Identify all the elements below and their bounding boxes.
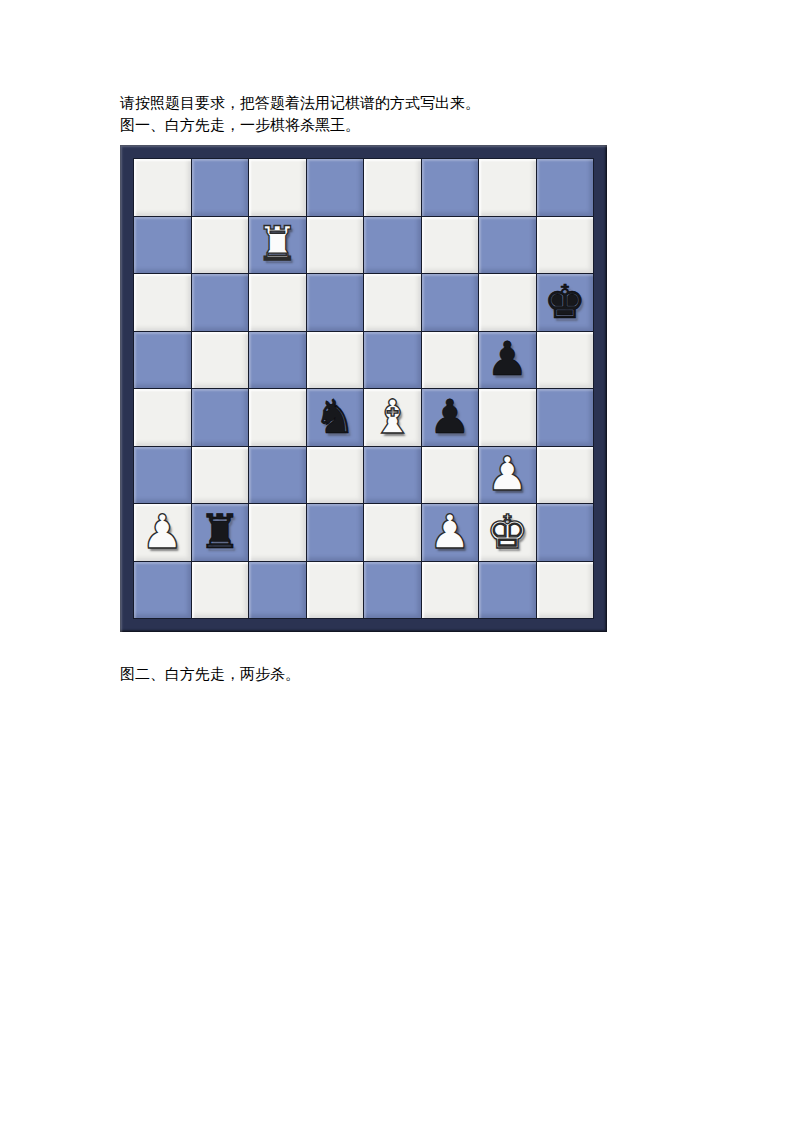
square-e4: ♝ [364,389,421,446]
chess-board: ♜♚♟♞♝♟♟♟♜♟♚ [120,145,607,632]
white-pawn-icon: ♟ [486,450,528,497]
square-b3 [192,447,249,504]
square-b6 [192,274,249,331]
square-f8 [422,159,479,216]
square-f1 [422,562,479,619]
black-king-icon: ♚ [544,278,586,325]
square-a5 [134,332,191,389]
square-d4: ♞ [307,389,364,446]
square-e2 [364,504,421,561]
square-e7 [364,217,421,274]
square-c4 [249,389,306,446]
instruction-line: 请按照题目要求，把答题着法用记棋谱的方式写出来。 [120,92,480,114]
square-a1 [134,562,191,619]
square-a3 [134,447,191,504]
instruction-text: 请按照题目要求，把答题着法用记棋谱的方式写出来。 图一、白方先走，一步棋将杀黑王… [120,92,480,136]
white-pawn-icon: ♟ [141,508,183,555]
square-f2: ♟ [422,504,479,561]
square-h1 [537,562,594,619]
square-h3 [537,447,594,504]
square-d6 [307,274,364,331]
square-c3 [249,447,306,504]
square-b1 [192,562,249,619]
square-f6 [422,274,479,331]
square-d2 [307,504,364,561]
square-h6: ♚ [537,274,594,331]
square-b8 [192,159,249,216]
square-c8 [249,159,306,216]
square-c2 [249,504,306,561]
square-f5 [422,332,479,389]
square-b2: ♜ [192,504,249,561]
square-c7: ♜ [249,217,306,274]
square-e8 [364,159,421,216]
square-d5 [307,332,364,389]
square-b4 [192,389,249,446]
square-h7 [537,217,594,274]
square-h5 [537,332,594,389]
diagram1-caption: 图一、白方先走，一步棋将杀黑王。 [120,114,480,136]
square-a7 [134,217,191,274]
square-h4 [537,389,594,446]
square-f7 [422,217,479,274]
square-a2: ♟ [134,504,191,561]
square-e3 [364,447,421,504]
square-d7 [307,217,364,274]
square-g7 [479,217,536,274]
square-f4: ♟ [422,389,479,446]
square-g3: ♟ [479,447,536,504]
white-king-icon: ♚ [486,508,528,555]
square-e5 [364,332,421,389]
square-g1 [479,562,536,619]
square-e1 [364,562,421,619]
black-rook-icon: ♜ [199,508,241,555]
white-rook-icon: ♜ [256,220,298,267]
square-d1 [307,562,364,619]
square-a8 [134,159,191,216]
square-h8 [537,159,594,216]
square-g5: ♟ [479,332,536,389]
black-pawn-icon: ♟ [486,335,528,382]
black-pawn-icon: ♟ [429,393,471,440]
square-d8 [307,159,364,216]
square-d3 [307,447,364,504]
square-e6 [364,274,421,331]
diagram2-caption: 图二、白方先走，两步杀。 [120,663,300,685]
square-c5 [249,332,306,389]
square-h2 [537,504,594,561]
white-bishop-icon: ♝ [371,393,413,440]
square-c6 [249,274,306,331]
chess-board-grid: ♜♚♟♞♝♟♟♟♜♟♚ [133,158,594,619]
document-page: 请按照题目要求，把答题着法用记棋谱的方式写出来。 图一、白方先走，一步棋将杀黑王… [0,0,800,1132]
square-b5 [192,332,249,389]
square-g4 [479,389,536,446]
square-c1 [249,562,306,619]
square-a4 [134,389,191,446]
square-g8 [479,159,536,216]
square-b7 [192,217,249,274]
white-pawn-icon: ♟ [429,508,471,555]
square-g6 [479,274,536,331]
square-a6 [134,274,191,331]
square-g2: ♚ [479,504,536,561]
black-knight-icon: ♞ [314,393,356,440]
square-f3 [422,447,479,504]
